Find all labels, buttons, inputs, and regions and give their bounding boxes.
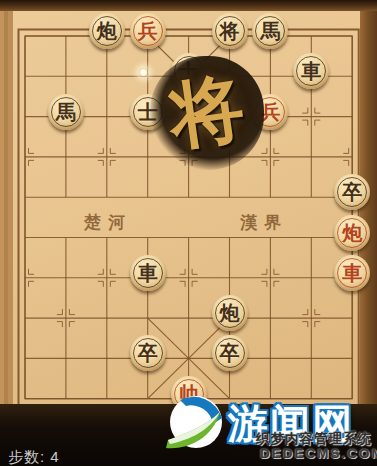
piece-character: 兵 xyxy=(138,21,158,41)
step-counter: 步数: 4 xyxy=(8,448,60,466)
piece-character: 炮 xyxy=(220,303,240,323)
piece-black-general[interactable]: 将 xyxy=(212,13,248,49)
piece-red-cannon[interactable]: 炮 xyxy=(334,215,370,251)
piece-black-soldier[interactable]: 卒 xyxy=(334,174,370,210)
check-announcement-badge: 将 xyxy=(150,56,264,170)
piece-black-chariot[interactable]: 車 xyxy=(293,53,329,89)
piece-character: 卒 xyxy=(220,343,240,363)
piece-black-horse[interactable]: 馬 xyxy=(48,94,84,130)
piece-black-cannon[interactable]: 炮 xyxy=(212,295,248,331)
piece-character: 車 xyxy=(138,263,158,283)
piece-character: 炮 xyxy=(97,21,117,41)
piece-character: 馬 xyxy=(260,21,280,41)
step-label: 步数: xyxy=(8,448,45,465)
watermark-logo-icon xyxy=(166,388,224,460)
piece-red-soldier[interactable]: 兵 xyxy=(130,13,166,49)
piece-black-chariot[interactable]: 車 xyxy=(130,255,166,291)
piece-black-cannon[interactable]: 炮 xyxy=(89,13,125,49)
piece-black-soldier[interactable]: 卒 xyxy=(212,335,248,371)
piece-character: 馬 xyxy=(56,102,76,122)
xiangqi-app-screen: 楚河 漢界 炮兵将馬士車馬士兵卒炮車車炮卒卒帅 将 步数: 4 游闻网 织梦内容… xyxy=(0,0,377,466)
check-glyph: 将 xyxy=(163,58,250,167)
piece-black-soldier[interactable]: 卒 xyxy=(130,335,166,371)
move-sparkle-effect xyxy=(139,68,148,77)
piece-character: 卒 xyxy=(138,343,158,363)
piece-red-chariot[interactable]: 車 xyxy=(334,255,370,291)
piece-character: 卒 xyxy=(342,182,362,202)
piece-character: 将 xyxy=(220,21,240,41)
piece-character: 車 xyxy=(342,263,362,283)
watermark: 游闻网 织梦内容管理系统 DEDECMS.COM xyxy=(160,382,377,466)
piece-character: 車 xyxy=(301,61,321,81)
piece-character: 炮 xyxy=(342,223,362,243)
step-value: 4 xyxy=(50,448,59,465)
piece-black-horse[interactable]: 馬 xyxy=(252,13,288,49)
watermark-line2: DEDECMS.COM xyxy=(260,446,377,461)
